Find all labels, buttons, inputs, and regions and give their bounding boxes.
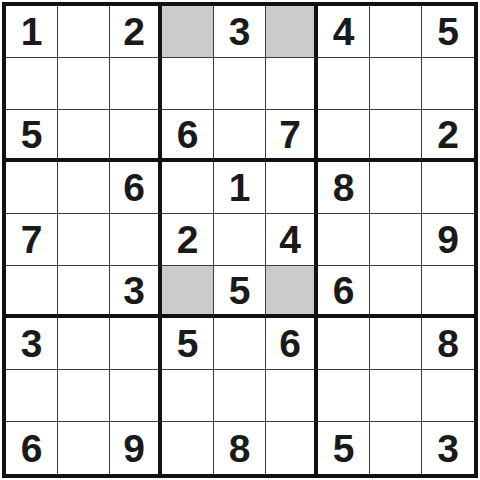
cell-r3c1-given-5[interactable]: 5 <box>6 110 58 162</box>
cell-r9c7-given-5[interactable]: 5 <box>318 422 370 474</box>
cell-r8c5[interactable] <box>214 370 266 422</box>
cell-r4c4[interactable] <box>162 162 214 214</box>
cell-r8c9[interactable] <box>422 370 474 422</box>
cell-r7c1-given-3[interactable]: 3 <box>6 318 58 370</box>
cell-r5c3[interactable] <box>110 214 162 266</box>
cell-r1c5-given-3[interactable]: 3 <box>214 6 266 58</box>
cell-r7c2[interactable] <box>58 318 110 370</box>
cell-r6c1[interactable] <box>6 266 58 318</box>
cell-r5c8[interactable] <box>370 214 422 266</box>
cell-r1c6[interactable] <box>266 6 318 58</box>
cell-r7c7[interactable] <box>318 318 370 370</box>
cell-r1c8[interactable] <box>370 6 422 58</box>
cell-r5c5[interactable] <box>214 214 266 266</box>
cell-r4c6[interactable] <box>266 162 318 214</box>
cell-r6c5-given-5[interactable]: 5 <box>214 266 266 318</box>
cell-r7c3[interactable] <box>110 318 162 370</box>
cell-r8c6[interactable] <box>266 370 318 422</box>
cell-r5c1-given-7[interactable]: 7 <box>6 214 58 266</box>
cell-r1c4[interactable] <box>162 6 214 58</box>
cell-r2c5[interactable] <box>214 58 266 110</box>
cell-r3c9-given-2[interactable]: 2 <box>422 110 474 162</box>
cell-r2c8[interactable] <box>370 58 422 110</box>
cell-r3c6-given-7[interactable]: 7 <box>266 110 318 162</box>
cell-r9c8[interactable] <box>370 422 422 474</box>
cell-r5c6-given-4[interactable]: 4 <box>266 214 318 266</box>
cell-r4c7-given-8[interactable]: 8 <box>318 162 370 214</box>
cell-r2c1[interactable] <box>6 58 58 110</box>
cell-r8c4[interactable] <box>162 370 214 422</box>
cell-r3c3[interactable] <box>110 110 162 162</box>
cell-r8c8[interactable] <box>370 370 422 422</box>
cell-r6c7-given-6[interactable]: 6 <box>318 266 370 318</box>
sudoku-page: 1234556726187249356356869853 <box>0 0 480 480</box>
cell-r6c6[interactable] <box>266 266 318 318</box>
cell-r1c9-given-5[interactable]: 5 <box>422 6 474 58</box>
cell-r6c2[interactable] <box>58 266 110 318</box>
cell-r7c9-given-8[interactable]: 8 <box>422 318 474 370</box>
cell-r4c8[interactable] <box>370 162 422 214</box>
sudoku-board: 1234556726187249356356869853 <box>2 2 478 478</box>
cell-r6c3-given-3[interactable]: 3 <box>110 266 162 318</box>
cell-r4c9[interactable] <box>422 162 474 214</box>
cell-r7c4-given-5[interactable]: 5 <box>162 318 214 370</box>
cell-r8c3[interactable] <box>110 370 162 422</box>
cell-r1c7-given-4[interactable]: 4 <box>318 6 370 58</box>
cell-r5c9-given-9[interactable]: 9 <box>422 214 474 266</box>
cell-r6c4[interactable] <box>162 266 214 318</box>
cell-r9c9-given-3[interactable]: 3 <box>422 422 474 474</box>
cell-r3c7[interactable] <box>318 110 370 162</box>
cell-r9c6[interactable] <box>266 422 318 474</box>
cell-r4c3-given-6[interactable]: 6 <box>110 162 162 214</box>
cell-r8c7[interactable] <box>318 370 370 422</box>
cell-r5c7[interactable] <box>318 214 370 266</box>
cell-r3c2[interactable] <box>58 110 110 162</box>
cell-r7c6-given-6[interactable]: 6 <box>266 318 318 370</box>
cell-r9c4[interactable] <box>162 422 214 474</box>
cell-r4c5-given-1[interactable]: 1 <box>214 162 266 214</box>
cell-r9c5-given-8[interactable]: 8 <box>214 422 266 474</box>
cell-r1c3-given-2[interactable]: 2 <box>110 6 162 58</box>
cell-r7c5[interactable] <box>214 318 266 370</box>
cell-r2c2[interactable] <box>58 58 110 110</box>
cell-r4c2[interactable] <box>58 162 110 214</box>
cell-r6c8[interactable] <box>370 266 422 318</box>
cell-r5c2[interactable] <box>58 214 110 266</box>
cell-r9c3-given-9[interactable]: 9 <box>110 422 162 474</box>
cell-r2c6[interactable] <box>266 58 318 110</box>
cell-r2c7[interactable] <box>318 58 370 110</box>
cell-r2c4[interactable] <box>162 58 214 110</box>
cell-r7c8[interactable] <box>370 318 422 370</box>
cell-r3c5[interactable] <box>214 110 266 162</box>
cell-r1c1-given-1[interactable]: 1 <box>6 6 58 58</box>
cell-r5c4-given-2[interactable]: 2 <box>162 214 214 266</box>
cell-r4c1[interactable] <box>6 162 58 214</box>
cell-r9c1-given-6[interactable]: 6 <box>6 422 58 474</box>
cell-r8c2[interactable] <box>58 370 110 422</box>
cell-r8c1[interactable] <box>6 370 58 422</box>
cell-r3c4-given-6[interactable]: 6 <box>162 110 214 162</box>
cell-r6c9[interactable] <box>422 266 474 318</box>
cell-r3c8[interactable] <box>370 110 422 162</box>
cell-r9c2[interactable] <box>58 422 110 474</box>
cell-r1c2[interactable] <box>58 6 110 58</box>
cell-r2c3[interactable] <box>110 58 162 110</box>
cell-r2c9[interactable] <box>422 58 474 110</box>
